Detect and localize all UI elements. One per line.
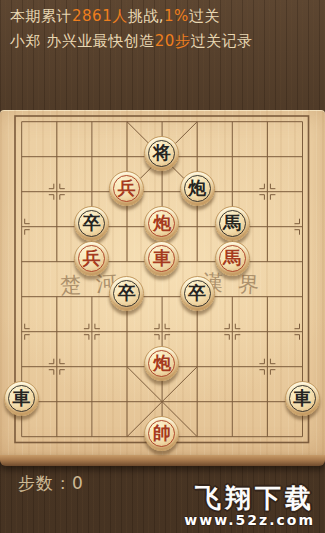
challenge-count-line: 本期累计2861人挑战,1%过关: [10, 4, 321, 29]
piece-glyph: 帥: [153, 424, 171, 442]
piece-black-soldier[interactable]: 卒: [109, 276, 144, 311]
piece-glyph: 馬: [223, 249, 241, 267]
board-front-edge: [0, 455, 325, 466]
piece-red-general[interactable]: 帥: [144, 416, 179, 451]
header-text-segment: 20步: [155, 32, 191, 50]
piece-glyph: 卒: [188, 284, 206, 302]
piece-red-cannon[interactable]: 炮: [144, 206, 179, 241]
piece-glyph: 兵: [83, 249, 101, 267]
watermark: 飞翔下载 www.52z.com: [184, 484, 315, 528]
header-text-segment: 挑战,: [128, 7, 164, 25]
piece-black-chariot[interactable]: 車: [4, 381, 39, 416]
piece-black-soldier[interactable]: 卒: [180, 276, 215, 311]
piece-red-soldier[interactable]: 兵: [74, 241, 109, 276]
piece-glyph: 将: [153, 144, 171, 162]
xiangqi-board[interactable]: 楚河 漢界 将兵炮卒炮馬兵車馬卒卒炮車車帥: [0, 110, 325, 455]
challenge-stats-header: 本期累计2861人挑战,1%过关 小郑 办兴业最快创造20步过关记录: [10, 4, 321, 54]
watermark-title: 飞翔下载: [184, 484, 315, 512]
piece-black-cannon[interactable]: 炮: [180, 171, 215, 206]
piece-black-horse[interactable]: 馬: [215, 206, 250, 241]
header-text-segment: 本期累计: [10, 7, 72, 25]
piece-glyph: 車: [13, 389, 31, 407]
piece-glyph: 馬: [223, 214, 241, 232]
watermark-url: www.52z.com: [184, 512, 315, 528]
piece-glyph: 車: [153, 249, 171, 267]
record-holder-line: 小郑 办兴业最快创造20步过关记录: [10, 29, 321, 54]
piece-glyph: 兵: [118, 179, 136, 197]
step-counter: 步数：0: [18, 472, 84, 495]
header-text-segment: 1%: [164, 7, 189, 25]
piece-glyph: 炮: [153, 354, 171, 372]
piece-black-soldier[interactable]: 卒: [74, 206, 109, 241]
piece-glyph: 車: [293, 389, 311, 407]
header-text-segment: 小郑 办兴业最快创造: [10, 32, 155, 50]
piece-black-general[interactable]: 将: [144, 136, 179, 171]
piece-red-chariot[interactable]: 車: [144, 241, 179, 276]
piece-glyph: 炮: [188, 179, 206, 197]
piece-black-chariot[interactable]: 車: [285, 381, 320, 416]
piece-red-soldier[interactable]: 兵: [109, 171, 144, 206]
pieces-layer: 将兵炮卒炮馬兵車馬卒卒炮車車帥: [4, 104, 320, 454]
piece-red-horse[interactable]: 馬: [215, 241, 250, 276]
header-text-segment: 过关记录: [190, 32, 252, 50]
header-text-segment: 过关: [189, 7, 220, 25]
game-screen: 本期累计2861人挑战,1%过关 小郑 办兴业最快创造20步过关记录 楚河 漢界…: [0, 0, 325, 533]
piece-glyph: 卒: [83, 214, 101, 232]
piece-glyph: 炮: [153, 214, 171, 232]
piece-glyph: 卒: [118, 284, 136, 302]
header-text-segment: 2861人: [72, 7, 128, 25]
piece-red-cannon[interactable]: 炮: [144, 346, 179, 381]
